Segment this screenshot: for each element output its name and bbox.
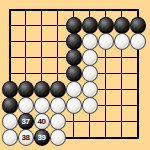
- intersection-r9c6[interactable]: [82, 130, 98, 146]
- white-stone: [82, 81, 98, 98]
- intersection-r9c3: 39: [34, 130, 50, 146]
- black-stone: [66, 17, 82, 34]
- intersection-r8c7[interactable]: [98, 114, 114, 130]
- intersection-r7c5: [66, 98, 82, 114]
- intersection-r2c5: [66, 18, 82, 34]
- intersection-r8c5[interactable]: [66, 114, 82, 130]
- intersection-r3c3[interactable]: [34, 34, 50, 50]
- intersection-r6c2: [18, 82, 34, 98]
- intersection-r7c3: [34, 98, 50, 114]
- black-stone: [66, 49, 82, 66]
- intersection-r1c5[interactable]: [66, 2, 82, 18]
- intersection-r8c8[interactable]: [114, 114, 130, 130]
- intersection-r2c2[interactable]: [18, 18, 34, 34]
- white-stone: [18, 97, 34, 114]
- intersection-r6c8[interactable]: [114, 82, 130, 98]
- intersection-r5c1[interactable]: [2, 66, 18, 82]
- intersection-r3c9: [130, 34, 146, 50]
- intersection-r8c6[interactable]: [82, 114, 98, 130]
- intersection-r3c6: [82, 34, 98, 50]
- white-stone: [34, 97, 50, 114]
- white-stone: [82, 33, 98, 50]
- intersection-r5c9[interactable]: [130, 66, 146, 82]
- black-stone: [2, 97, 18, 114]
- black-stone: [50, 81, 66, 98]
- white-stone: [98, 33, 114, 50]
- intersection-r8c9[interactable]: [130, 114, 146, 130]
- board-intersections: 37403839: [2, 2, 146, 146]
- white-stone: [82, 49, 98, 66]
- black-stone: [98, 17, 114, 34]
- white-stone: [130, 33, 146, 50]
- intersection-r3c2[interactable]: [18, 34, 34, 50]
- intersection-r7c1: [2, 98, 18, 114]
- intersection-r1c9[interactable]: [130, 2, 146, 18]
- white-stone: [50, 97, 66, 114]
- black-stone: [66, 65, 82, 82]
- intersection-r6c9[interactable]: [130, 82, 146, 98]
- intersection-r4c2[interactable]: [18, 50, 34, 66]
- white-stone: [66, 97, 82, 114]
- black-stone: [34, 81, 50, 98]
- intersection-r7c2: [18, 98, 34, 114]
- intersection-r2c6: [82, 18, 98, 34]
- intersection-r4c1[interactable]: [2, 50, 18, 66]
- intersection-r1c1[interactable]: [2, 2, 18, 18]
- white-stone: [2, 129, 18, 146]
- white-stone: [2, 113, 18, 130]
- intersection-r4c3[interactable]: [34, 50, 50, 66]
- intersection-r2c3[interactable]: [34, 18, 50, 34]
- white-stone-38: 38: [18, 129, 34, 146]
- intersection-r6c5: [66, 82, 82, 98]
- intersection-r2c1[interactable]: [2, 18, 18, 34]
- intersection-r8c1: [2, 114, 18, 130]
- white-stone: [82, 65, 98, 82]
- black-stone: [18, 81, 34, 98]
- intersection-r1c3[interactable]: [34, 2, 50, 18]
- black-stone: [114, 17, 130, 34]
- intersection-r1c8[interactable]: [114, 2, 130, 18]
- black-stone: [2, 81, 18, 98]
- intersection-r7c9[interactable]: [130, 98, 146, 114]
- intersection-r6c4: [50, 82, 66, 98]
- intersection-r4c6: [82, 50, 98, 66]
- intersection-r4c4[interactable]: [50, 50, 66, 66]
- intersection-r5c7[interactable]: [98, 66, 114, 82]
- intersection-r5c2[interactable]: [18, 66, 34, 82]
- intersection-r3c4[interactable]: [50, 34, 66, 50]
- white-stone: [50, 113, 66, 130]
- black-stone: [82, 17, 98, 34]
- intersection-r4c5: [66, 50, 82, 66]
- intersection-r1c7[interactable]: [98, 2, 114, 18]
- intersection-r3c8: [114, 34, 130, 50]
- white-stone: [50, 129, 66, 146]
- intersection-r3c1[interactable]: [2, 34, 18, 50]
- intersection-r8c2: 37: [18, 114, 34, 130]
- intersection-r2c4[interactable]: [50, 18, 66, 34]
- go-diagram: 37403839: [0, 0, 150, 150]
- intersection-r5c8[interactable]: [114, 66, 130, 82]
- intersection-r9c7[interactable]: [98, 130, 114, 146]
- white-stone: [114, 33, 130, 50]
- intersection-r7c6: [82, 98, 98, 114]
- intersection-r9c9[interactable]: [130, 130, 146, 146]
- intersection-r9c1: [2, 130, 18, 146]
- intersection-r9c5[interactable]: [66, 130, 82, 146]
- intersection-r7c8[interactable]: [114, 98, 130, 114]
- black-stone-37: 37: [18, 113, 34, 130]
- intersection-r2c7: [98, 18, 114, 34]
- go-board: 37403839: [0, 0, 150, 150]
- intersection-r6c3: [34, 82, 50, 98]
- intersection-r5c6: [82, 66, 98, 82]
- intersection-r6c6: [82, 82, 98, 98]
- intersection-r3c7: [98, 34, 114, 50]
- intersection-r9c4: [50, 130, 66, 146]
- intersection-r5c5: [66, 66, 82, 82]
- black-stone: [66, 33, 82, 50]
- black-stone: [130, 17, 146, 34]
- intersection-r4c7[interactable]: [98, 50, 114, 66]
- intersection-r2c9: [130, 18, 146, 34]
- intersection-r4c9[interactable]: [130, 50, 146, 66]
- black-stone-39: 39: [34, 129, 50, 146]
- intersection-r2c8: [114, 18, 130, 34]
- intersection-r6c7[interactable]: [98, 82, 114, 98]
- intersection-r7c7[interactable]: [98, 98, 114, 114]
- intersection-r9c2: 38: [18, 130, 34, 146]
- intersection-r1c4[interactable]: [50, 2, 66, 18]
- white-stone-40: 40: [34, 113, 50, 130]
- intersection-r1c6[interactable]: [82, 2, 98, 18]
- intersection-r4c8[interactable]: [114, 50, 130, 66]
- intersection-r3c5: [66, 34, 82, 50]
- intersection-r5c4[interactable]: [50, 66, 66, 82]
- intersection-r9c8[interactable]: [114, 130, 130, 146]
- intersection-r1c2[interactable]: [18, 2, 34, 18]
- intersection-r8c3: 40: [34, 114, 50, 130]
- intersection-r6c1: [2, 82, 18, 98]
- intersection-r5c3[interactable]: [34, 66, 50, 82]
- white-stone: [66, 81, 82, 98]
- white-stone: [82, 97, 98, 114]
- intersection-r7c4: [50, 98, 66, 114]
- intersection-r8c4: [50, 114, 66, 130]
